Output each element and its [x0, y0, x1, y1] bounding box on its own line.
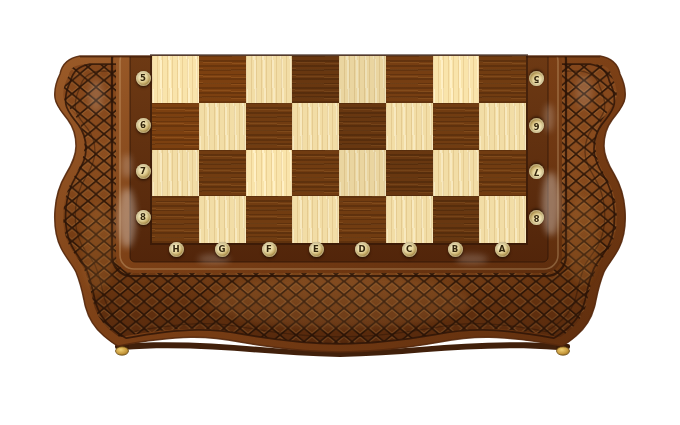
file-badge-e: E [309, 242, 324, 257]
square-e8 [292, 196, 339, 243]
square-d6 [339, 103, 386, 150]
square-b7 [433, 150, 480, 197]
square-f6 [246, 103, 293, 150]
square-a6 [479, 103, 526, 150]
file-badge-d: D [355, 242, 370, 257]
square-h8 [152, 196, 199, 243]
square-e5 [292, 56, 339, 103]
rank-badge-right-5: 5 [529, 71, 544, 86]
rank-badge-right-6: 6 [529, 118, 544, 133]
square-g6 [199, 103, 246, 150]
square-c6 [386, 103, 433, 150]
square-c8 [386, 196, 433, 243]
square-g5 [199, 56, 246, 103]
rank-badge-right-7: 7 [529, 164, 544, 179]
square-d7 [339, 150, 386, 197]
square-b8 [433, 196, 480, 243]
square-g8 [199, 196, 246, 243]
square-d5 [339, 56, 386, 103]
square-a5 [479, 56, 526, 103]
square-a8 [479, 196, 526, 243]
file-badge-c: C [402, 242, 417, 257]
rank-badge-left-8: 8 [136, 210, 151, 225]
square-a7 [479, 150, 526, 197]
square-f5 [246, 56, 293, 103]
rank-badge-left-5: 5 [136, 71, 151, 86]
square-b5 [433, 56, 480, 103]
square-b6 [433, 103, 480, 150]
square-e7 [292, 150, 339, 197]
square-c5 [386, 56, 433, 103]
square-h6 [152, 103, 199, 150]
file-badge-b: B [448, 242, 463, 257]
rank-badge-right-8: 8 [529, 210, 544, 225]
file-badge-g: G [215, 242, 230, 257]
rank-badge-left-7: 7 [136, 164, 151, 179]
square-g7 [199, 150, 246, 197]
product-photo-chess-box: 56785678HGFEDCBA [0, 0, 680, 425]
file-badge-h: H [169, 242, 184, 257]
square-f8 [246, 196, 293, 243]
square-d8 [339, 196, 386, 243]
square-e6 [292, 103, 339, 150]
square-f7 [246, 150, 293, 197]
square-h5 [152, 56, 199, 103]
chess-board [152, 56, 526, 243]
square-c7 [386, 150, 433, 197]
file-badge-a: A [495, 242, 510, 257]
square-h7 [152, 150, 199, 197]
file-badge-f: F [262, 242, 277, 257]
rank-badge-left-6: 6 [136, 118, 151, 133]
